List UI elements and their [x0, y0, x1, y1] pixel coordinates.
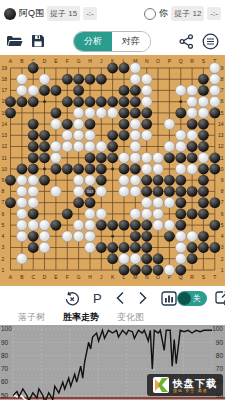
- svg-text:R: R: [190, 274, 194, 280]
- stone-white: [130, 186, 141, 197]
- stone-black: [39, 130, 50, 141]
- stone-white: [141, 96, 152, 107]
- stone-black: [187, 209, 198, 220]
- stone-white: [130, 74, 141, 85]
- stone-black: [209, 197, 220, 208]
- svg-text:4: 4: [2, 233, 5, 239]
- black-player-name: 阿Q围: [19, 7, 44, 20]
- watermark-logo-icon: [153, 377, 169, 393]
- stone-black: [198, 242, 209, 253]
- stone-white: [17, 209, 28, 220]
- stone-black: [130, 220, 141, 231]
- stone-black: [175, 209, 186, 220]
- stone-black: [141, 242, 152, 253]
- black-timer: -:-: [83, 7, 97, 20]
- stone-white: [130, 209, 141, 220]
- stone-black: [96, 74, 107, 85]
- stone-white: [39, 231, 50, 242]
- stone-white: [187, 130, 198, 141]
- svg-text:3: 3: [2, 244, 5, 250]
- stone-black: [119, 108, 130, 119]
- last-move-label: 343: [86, 189, 94, 194]
- watermark-banner[interactable]: 快盘下载 绿色·安全·高速: [147, 374, 223, 396]
- svg-text:C: C: [31, 274, 35, 280]
- stone-white: [141, 164, 152, 175]
- prev-move-icon[interactable]: [115, 291, 125, 305]
- black-captures-label: 提子: [50, 9, 66, 18]
- svg-text:5: 5: [2, 222, 5, 228]
- y-axis-label: 100: [212, 325, 223, 332]
- y-axis-label: 60: [1, 378, 9, 385]
- stone-black: [153, 175, 164, 186]
- stone-white: [164, 197, 175, 208]
- svg-text:13: 13: [2, 132, 8, 138]
- stone-black: [119, 130, 130, 141]
- stone-white: [119, 186, 130, 197]
- stone-black: [62, 96, 73, 107]
- stone-black: [198, 74, 209, 85]
- stone-black: [141, 253, 152, 264]
- y-axis-label: 50: [1, 392, 9, 399]
- y-axis-label: 90: [216, 339, 224, 346]
- svg-text:5: 5: [221, 222, 224, 228]
- y-axis-label: 100: [1, 325, 12, 332]
- stone-white: [73, 231, 84, 242]
- stone-white: [85, 108, 96, 119]
- svg-text:T: T: [213, 274, 216, 280]
- stone-white: [28, 186, 39, 197]
- stone-black: [153, 265, 164, 276]
- stone-black: [175, 108, 186, 119]
- stone-black: [62, 164, 73, 175]
- stone-black: [28, 119, 39, 130]
- stone-black: [28, 242, 39, 253]
- stone-white: [141, 85, 152, 96]
- stone-white: [209, 63, 220, 74]
- stone-white: [73, 175, 84, 186]
- stone-white: [39, 74, 50, 85]
- stone-white: [51, 141, 62, 152]
- white-captures-label: 提子: [174, 9, 190, 18]
- stone-black: [130, 242, 141, 253]
- stone-white: [85, 175, 96, 186]
- analysis-chart-icon[interactable]: [161, 291, 177, 306]
- stone-white: [141, 209, 152, 220]
- ai-toggle[interactable]: 关: [177, 291, 207, 306]
- stone-black: [28, 164, 39, 175]
- svg-text:8: 8: [221, 188, 224, 194]
- stone-black: [107, 152, 118, 163]
- stone-black: [107, 253, 118, 264]
- stone-black: [187, 119, 198, 130]
- stone-white: [73, 130, 84, 141]
- stone-white: [119, 253, 130, 264]
- stone-black: [175, 175, 186, 186]
- stone-white: [153, 220, 164, 231]
- next-move-icon[interactable]: [138, 291, 148, 305]
- stone-black: [209, 242, 220, 253]
- svg-text:D: D: [43, 58, 47, 64]
- stone-black: [73, 85, 84, 96]
- stone-black: [198, 186, 209, 197]
- svg-text:S: S: [202, 58, 206, 64]
- stone-white: [175, 130, 186, 141]
- stone-black: [209, 152, 220, 163]
- stone-white: [130, 253, 141, 264]
- stone-white: [130, 152, 141, 163]
- stone-white: [175, 164, 186, 175]
- svg-text:9: 9: [2, 177, 5, 183]
- svg-text:10: 10: [2, 166, 8, 172]
- stone-white: [175, 231, 186, 242]
- stone-black: [119, 164, 130, 175]
- svg-text:2: 2: [221, 256, 224, 262]
- stone-white: [85, 130, 96, 141]
- stone-black: [198, 119, 209, 130]
- pass-button[interactable]: P: [93, 292, 102, 305]
- stone-black: [62, 74, 73, 85]
- stone-black: [96, 220, 107, 231]
- svg-text:J: J: [100, 274, 103, 280]
- stone-white: [51, 186, 62, 197]
- y-axis-label: 80: [216, 352, 224, 359]
- white-player-name: 你: [159, 7, 168, 20]
- stone-white: [187, 231, 198, 242]
- stone-black: [51, 220, 62, 231]
- svg-text:G: G: [77, 58, 81, 64]
- stone-white: [85, 220, 96, 231]
- stone-black: [119, 242, 130, 253]
- svg-text:Q: Q: [179, 58, 183, 64]
- controls-row: 分析 对弈: [0, 27, 225, 55]
- svg-text:E: E: [54, 58, 58, 64]
- stone-white: [51, 152, 62, 163]
- stone-white: [17, 74, 28, 85]
- stone-black: [62, 209, 73, 220]
- stone-white: [96, 108, 107, 119]
- stone-black: [141, 108, 152, 119]
- svg-text:14: 14: [218, 121, 224, 127]
- svg-text:P: P: [168, 58, 172, 64]
- stone-white: [175, 242, 186, 253]
- stone-black: [130, 96, 141, 107]
- white-stone-avatar: [144, 8, 156, 20]
- stone-white: [141, 152, 152, 163]
- stone-black: [73, 197, 84, 208]
- stone-white: [17, 197, 28, 208]
- stone-black: [5, 108, 16, 119]
- stone-black: [130, 265, 141, 276]
- svg-text:13: 13: [218, 132, 224, 138]
- toggle-label: 关: [193, 293, 201, 304]
- svg-text:6: 6: [221, 211, 224, 217]
- stone-white: [130, 119, 141, 130]
- tab-variation[interactable]: 变化图: [117, 311, 144, 324]
- stone-black: [51, 108, 62, 119]
- stone-black: [73, 74, 84, 85]
- stone-white: [85, 141, 96, 152]
- player-header: 阿Q围 提子 15 -:- 你 提子 12 -:-: [0, 0, 225, 27]
- stone-white: [198, 96, 209, 107]
- white-timer: -:-: [207, 7, 221, 20]
- stone-black: [107, 242, 118, 253]
- stone-black: [175, 220, 186, 231]
- stone-black: [28, 209, 39, 220]
- stone-white: [62, 130, 73, 141]
- menu-icon[interactable]: [202, 33, 219, 50]
- stone-black: [85, 164, 96, 175]
- stone-white: [28, 175, 39, 186]
- stone-black: [141, 186, 152, 197]
- stone-black: [73, 164, 84, 175]
- stone-white: [73, 220, 84, 231]
- stone-black: [17, 96, 28, 107]
- stone-white: [141, 74, 152, 85]
- stone-white: [85, 209, 96, 220]
- stone-black: [130, 85, 141, 96]
- stone-white: [28, 220, 39, 231]
- stone-black: [198, 130, 209, 141]
- stone-black: [153, 253, 164, 264]
- stone-black: [175, 152, 186, 163]
- stone-white: [175, 141, 186, 152]
- svg-text:19: 19: [2, 65, 8, 71]
- stone-black: [164, 152, 175, 163]
- stone-black: [96, 152, 107, 163]
- svg-text:12: 12: [2, 143, 8, 149]
- stone-black: [198, 85, 209, 96]
- winrate-chart: 10010090908080707060605050 快盘下载 绿色·安全·高速: [0, 325, 225, 400]
- stone-white: [96, 209, 107, 220]
- stone-black: [85, 152, 96, 163]
- stone-black: [28, 96, 39, 107]
- stone-white: [17, 253, 28, 264]
- undo-clear-icon[interactable]: [64, 291, 80, 306]
- svg-text:18: 18: [2, 76, 8, 82]
- stone-white: [175, 253, 186, 264]
- black-stone-avatar: [4, 8, 16, 20]
- stone-black: [39, 141, 50, 152]
- stone-black: [39, 152, 50, 163]
- svg-text:1: 1: [221, 267, 224, 273]
- stone-white: [187, 108, 198, 119]
- stone-black: [198, 175, 209, 186]
- stone-black: [85, 96, 96, 107]
- stone-white: [141, 130, 152, 141]
- mode-segmented-control: 分析 对弈: [73, 31, 151, 52]
- stone-black: [28, 231, 39, 242]
- svg-text:F: F: [66, 58, 69, 64]
- stone-white: [198, 152, 209, 163]
- stone-black: [107, 63, 118, 74]
- stone-white: [62, 231, 73, 242]
- stone-black: [187, 242, 198, 253]
- svg-text:D: D: [43, 274, 47, 280]
- stone-black: [28, 141, 39, 152]
- stone-black: [107, 130, 118, 141]
- svg-text:8: 8: [2, 188, 5, 194]
- bottom-toolbar: P 关: [0, 286, 225, 310]
- stone-black: [187, 141, 198, 152]
- stone-black: [107, 141, 118, 152]
- stone-white: [198, 108, 209, 119]
- stone-black: [17, 164, 28, 175]
- stone-white: [187, 96, 198, 107]
- stone-black: [141, 220, 152, 231]
- stone-black: [209, 164, 220, 175]
- stone-white: [28, 85, 39, 96]
- svg-text:K: K: [111, 274, 115, 280]
- stone-black: [85, 197, 96, 208]
- stone-white: [96, 186, 107, 197]
- open-folder-icon[interactable]: [6, 34, 23, 48]
- stone-black: [164, 231, 175, 242]
- stone-white: [153, 164, 164, 175]
- stone-black: [198, 197, 209, 208]
- svg-text:G: G: [77, 274, 81, 280]
- y-axis-label: 80: [1, 352, 9, 359]
- stone-white: [17, 220, 28, 231]
- stone-black: [119, 85, 130, 96]
- white-captures-count: 12: [193, 9, 202, 18]
- stone-black: [28, 130, 39, 141]
- stone-black: [119, 220, 130, 231]
- stone-black: [187, 253, 198, 264]
- stone-black: [130, 164, 141, 175]
- stone-white: [187, 164, 198, 175]
- stone-white: [96, 141, 107, 152]
- stone-white: [17, 231, 28, 242]
- stone-black: [187, 152, 198, 163]
- stone-white: [39, 242, 50, 253]
- stone-black: [119, 119, 130, 130]
- stone-black: [96, 242, 107, 253]
- svg-text:A: A: [9, 58, 13, 64]
- stone-black: [5, 175, 16, 186]
- stone-white: [130, 175, 141, 186]
- svg-text:F: F: [66, 274, 69, 280]
- stone-black: [96, 175, 107, 186]
- stone-black: [141, 265, 152, 276]
- stone-black: [51, 85, 62, 96]
- toggle-knob: [178, 292, 191, 305]
- stone-black: [119, 63, 130, 74]
- svg-text:E: E: [54, 274, 58, 280]
- stone-white: [17, 186, 28, 197]
- play-tab[interactable]: 对弈: [112, 32, 150, 51]
- stone-black: [175, 186, 186, 197]
- save-icon[interactable]: [31, 34, 45, 48]
- stone-white: [187, 85, 198, 96]
- stone-black: [28, 63, 39, 74]
- stone-white: [73, 108, 84, 119]
- stone-black: [62, 119, 73, 130]
- export-icon[interactable]: [214, 290, 225, 306]
- svg-text:H: H: [88, 58, 92, 64]
- svg-text:H: H: [88, 274, 92, 280]
- stone-black: [130, 108, 141, 119]
- stone-white: [85, 231, 96, 242]
- stone-white: [73, 186, 84, 197]
- y-axis-label: 70: [1, 365, 9, 372]
- svg-text:12: 12: [218, 143, 224, 149]
- analysis-tabs: 落子树 胜率走势 变化图: [0, 310, 225, 325]
- stone-black: [175, 265, 186, 276]
- analyze-tab[interactable]: 分析: [74, 32, 112, 51]
- stone-black: [39, 175, 50, 186]
- stone-white: [164, 265, 175, 276]
- stone-black: [141, 231, 152, 242]
- svg-text:S: S: [202, 274, 206, 280]
- svg-text:B: B: [20, 274, 24, 280]
- go-board[interactable]: AABBCCDDEEFFGGHHJJKKLLMMNNOOPPQQRRSSTT19…: [0, 55, 225, 286]
- stone-black: [164, 175, 175, 186]
- y-axis-label: 70: [216, 365, 224, 372]
- stone-black: [209, 108, 220, 119]
- stone-white: [119, 152, 130, 163]
- stone-black: [96, 96, 107, 107]
- stone-black: [198, 231, 209, 242]
- stone-white: [17, 175, 28, 186]
- stone-black: [198, 209, 209, 220]
- stone-white: [51, 119, 62, 130]
- stone-black: [119, 96, 130, 107]
- svg-text:7: 7: [221, 199, 224, 205]
- stone-black: [153, 186, 164, 197]
- black-captures-badge: 提子 15: [47, 6, 80, 21]
- stone-black: [28, 152, 39, 163]
- stone-white: [130, 63, 141, 74]
- y-axis-label: 90: [1, 339, 9, 346]
- stone-white: [73, 119, 84, 130]
- stone-black: [85, 74, 96, 85]
- svg-text:14: 14: [2, 121, 8, 127]
- stone-white: [153, 209, 164, 220]
- stone-black: [198, 141, 209, 152]
- svg-text:O: O: [156, 58, 160, 64]
- svg-text:11: 11: [2, 155, 7, 161]
- stone-black: [119, 265, 130, 276]
- stone-white: [175, 85, 186, 96]
- svg-text:2: 2: [2, 256, 5, 262]
- stone-black: [5, 96, 16, 107]
- stone-white: [209, 96, 220, 107]
- stone-white: [153, 152, 164, 163]
- watermark-subtitle: 绿色·安全·高速: [173, 389, 217, 393]
- stone-white: [107, 108, 118, 119]
- svg-text:N: N: [145, 58, 149, 64]
- share-icon[interactable]: [179, 34, 194, 49]
- stone-white: [209, 85, 220, 96]
- stone-black: [141, 175, 152, 186]
- stone-white: [119, 175, 130, 186]
- svg-text:A: A: [9, 274, 13, 280]
- stone-white: [164, 141, 175, 152]
- svg-text:1: 1: [2, 267, 5, 273]
- black-captures-count: 15: [68, 9, 77, 18]
- tab-move-tree[interactable]: 落子树: [18, 311, 45, 324]
- stone-black: [130, 231, 141, 242]
- svg-text:17: 17: [2, 87, 8, 93]
- svg-text:R: R: [190, 58, 194, 64]
- stone-white: [62, 141, 73, 152]
- stone-black: [96, 164, 107, 175]
- svg-text:7: 7: [2, 199, 5, 205]
- tab-winrate-trend[interactable]: 胜率走势: [63, 311, 99, 324]
- stone-white: [85, 242, 96, 253]
- stone-black: [164, 186, 175, 197]
- stone-black: [73, 96, 84, 107]
